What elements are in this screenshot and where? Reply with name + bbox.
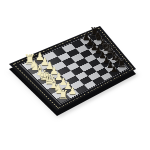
piece-black-rook: ♜ (117, 59, 127, 70)
piece-white-rook: ♜ (58, 88, 69, 100)
chess-set-photo: ♜♞♝♛♚♝♞♜♟♟♟♟♟♟♟♟♟♟♟♟♟♟♟♟♜♞♝♛♚♝♞♜ (0, 0, 150, 150)
piece-white-pawn: ♟ (68, 86, 77, 96)
pieces-layer: ♜♞♝♛♚♝♞♜♟♟♟♟♟♟♟♟♟♟♟♟♟♟♟♟♜♞♝♛♚♝♞♜ (0, 0, 150, 150)
piece-black-pawn: ♟ (110, 65, 118, 74)
